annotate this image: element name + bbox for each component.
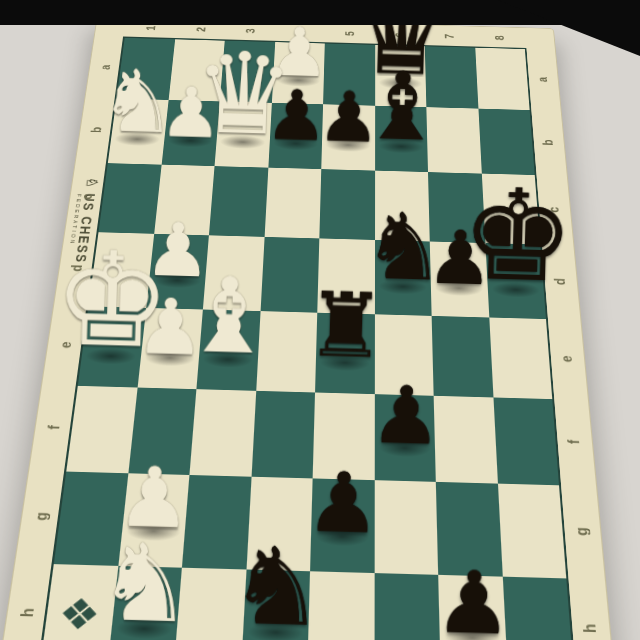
rank-label-1-top: 1 (144, 25, 159, 30)
file-label-g-left: g (32, 512, 51, 521)
piece-black-pawn-h7[interactable]: ♟ (434, 563, 514, 640)
piece-black-knight-h4[interactable]: ♞ (227, 539, 326, 638)
piece-black-rook-e5[interactable]: ♜ (305, 285, 387, 368)
piece-white-bishop-e3[interactable]: ♝ (181, 268, 277, 364)
square-h8[interactable] (502, 577, 574, 640)
photo-scene: ♘ US CHESS FEDERATION ❖ 1122334455667788… (0, 0, 640, 640)
square-c3[interactable] (209, 166, 268, 237)
square-c4[interactable] (264, 168, 321, 239)
piece-black-king-d8[interactable]: ♚ (459, 178, 575, 295)
rank-label-8-top: 8 (492, 35, 506, 40)
file-label-b-right: b (540, 139, 555, 145)
file-label-f-left: f (45, 425, 63, 430)
square-h6[interactable] (374, 573, 441, 640)
piece-black-bishop-b6[interactable]: ♝ (359, 64, 445, 150)
square-g6[interactable] (374, 480, 438, 575)
file-label-f-right: f (565, 440, 582, 445)
piece-black-pawn-f6[interactable]: ♟ (369, 379, 442, 453)
piece-white-knight-h2[interactable]: ♞ (95, 535, 194, 634)
knight-logo-icon: ♘ (83, 177, 101, 189)
file-label-a-right: a (535, 77, 550, 82)
file-label-c-left: c (79, 194, 95, 200)
file-label-h-right: h (580, 624, 599, 634)
square-f4[interactable] (251, 391, 315, 479)
square-a8[interactable] (475, 48, 530, 110)
file-label-e-right: e (558, 355, 575, 362)
square-f8[interactable] (493, 397, 559, 485)
square-f3[interactable] (189, 389, 255, 477)
square-f7[interactable] (434, 396, 498, 484)
file-label-h-left: h (18, 608, 38, 618)
square-e8[interactable] (489, 317, 552, 399)
file-label-g-right: g (572, 527, 591, 536)
board-mat: ♘ US CHESS FEDERATION ❖ 1122334455667788… (0, 15, 619, 640)
